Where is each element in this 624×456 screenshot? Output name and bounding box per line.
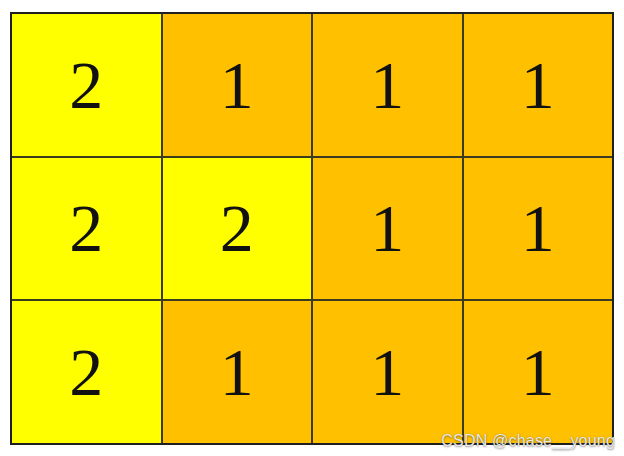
grid-cell-r2c2: 2 [163,158,312,300]
number-grid: 211122112111 [12,14,612,443]
page: 211122112111 CSDN @chase__young [0,0,624,456]
grid-cell-r1c2: 1 [163,14,312,156]
grid-cell-r2c1: 2 [12,158,161,300]
grid-cell-r3c2: 1 [163,301,312,443]
grid-cell-r1c4: 1 [464,14,613,156]
grid-cell-r1c1: 2 [12,14,161,156]
grid-cell-r2c4: 1 [464,158,613,300]
grid-cell-r3c3: 1 [313,301,462,443]
grid-cell-r3c1: 2 [12,301,161,443]
number-grid-frame: 211122112111 [10,12,614,445]
grid-cell-r2c3: 1 [313,158,462,300]
grid-cell-r3c4: 1 [464,301,613,443]
grid-cell-r1c3: 1 [313,14,462,156]
